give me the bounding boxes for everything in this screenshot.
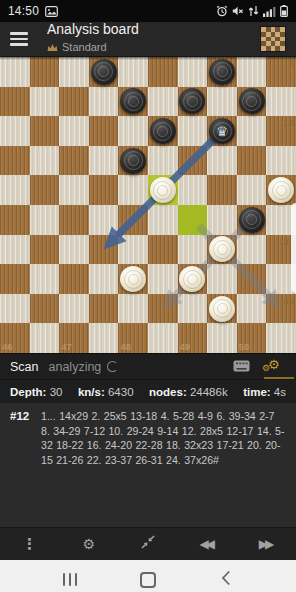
light-square xyxy=(0,175,30,205)
square-17[interactable] xyxy=(59,146,89,176)
kns-value: 6430 xyxy=(108,386,134,398)
light-square xyxy=(266,323,296,353)
crown-icon xyxy=(47,38,58,56)
square-27[interactable] xyxy=(59,205,89,235)
square-19[interactable] xyxy=(178,146,208,176)
light-square xyxy=(118,235,148,265)
clock: 14:50 xyxy=(8,4,39,18)
light-square xyxy=(148,264,178,294)
square-50[interactable]: 50 xyxy=(237,323,267,353)
square-label-47: 47 xyxy=(61,341,72,352)
square-43[interactable] xyxy=(148,294,178,324)
android-nav-bar xyxy=(0,560,296,592)
square-42[interactable] xyxy=(89,294,119,324)
keyboard-icon[interactable] xyxy=(233,358,250,376)
recent-apps-button[interactable] xyxy=(52,560,88,592)
light-square xyxy=(266,87,296,117)
square-26[interactable] xyxy=(0,205,30,235)
light-square xyxy=(118,294,148,324)
draughts-board: 5152535454647484950 ♛ xyxy=(0,57,296,353)
light-square xyxy=(237,294,267,324)
light-square xyxy=(148,205,178,235)
square-37[interactable] xyxy=(59,264,89,294)
scroll-handle[interactable] xyxy=(291,203,296,293)
depth-value: 30 xyxy=(50,386,63,398)
light-square xyxy=(0,235,30,265)
kebab-icon: ⋮ xyxy=(22,535,37,553)
light-square xyxy=(59,57,89,87)
bottom-toolbar: ⋮ ⚙ ◀◀ ▶▶ xyxy=(0,527,296,560)
light-square xyxy=(178,57,208,87)
square-7[interactable] xyxy=(59,87,89,117)
signal-icon xyxy=(263,6,276,17)
black-man-square-10[interactable] xyxy=(239,88,265,114)
light-square xyxy=(178,294,208,324)
home-button[interactable] xyxy=(130,560,166,592)
light-square xyxy=(30,323,60,353)
square-15[interactable]: 15 xyxy=(266,116,296,146)
black-man-square-30[interactable] xyxy=(239,207,265,233)
light-square xyxy=(30,264,60,294)
active-tab-underline xyxy=(264,377,294,379)
square-24[interactable] xyxy=(207,175,237,205)
light-square xyxy=(118,116,148,146)
light-square xyxy=(59,116,89,146)
square-40[interactable] xyxy=(237,264,267,294)
gear-icon: ⚙ xyxy=(83,536,96,552)
square-12[interactable] xyxy=(89,116,119,146)
king-crown-icon: ♛ xyxy=(209,118,235,144)
engine-status: analyzing xyxy=(49,360,102,374)
square-21[interactable] xyxy=(30,175,60,205)
square-22[interactable] xyxy=(89,175,119,205)
light-square xyxy=(207,264,237,294)
square-label-48: 48 xyxy=(120,341,131,352)
light-square xyxy=(59,175,89,205)
black-man-square-4[interactable] xyxy=(209,59,235,85)
light-square xyxy=(0,294,30,324)
light-square xyxy=(118,175,148,205)
fast-forward-icon: ▶▶ xyxy=(259,537,274,551)
light-square xyxy=(148,87,178,117)
light-square xyxy=(207,323,237,353)
white-man-square-38[interactable] xyxy=(120,266,146,292)
black-man-square-18[interactable] xyxy=(120,148,146,174)
more-options-button[interactable]: ⋮ xyxy=(0,528,59,560)
mini-board-icon[interactable] xyxy=(260,26,286,52)
light-square xyxy=(266,146,296,176)
mute-icon xyxy=(232,5,244,17)
light-square xyxy=(30,205,60,235)
app-header: Analysis board Standard xyxy=(0,22,296,57)
square-20[interactable] xyxy=(237,146,267,176)
black-man-square-2[interactable] xyxy=(91,59,117,85)
light-square xyxy=(30,87,60,117)
square-32[interactable] xyxy=(89,235,119,265)
light-square xyxy=(30,146,60,176)
square-label-15: 15 xyxy=(283,117,294,128)
engine-stats: Depth: 30 kn/s: 6430 nodes: 24486k time:… xyxy=(0,380,296,403)
square-11[interactable] xyxy=(30,116,60,146)
white-man-square-44[interactable] xyxy=(209,296,235,322)
light-square xyxy=(237,116,267,146)
light-square xyxy=(148,146,178,176)
light-square xyxy=(207,87,237,117)
square-36[interactable] xyxy=(0,264,30,294)
light-square xyxy=(237,175,267,205)
rewind-button[interactable]: ◀◀ xyxy=(178,528,237,560)
rewind-icon: ◀◀ xyxy=(199,537,214,551)
principal-variation: 1... 14x29 2. 25x5 13-18 4. 5-28 4-9 6. … xyxy=(41,409,286,467)
square-47[interactable]: 47 xyxy=(59,323,89,353)
light-square xyxy=(207,205,237,235)
light-square xyxy=(148,323,178,353)
square-label-49: 49 xyxy=(180,341,191,352)
square-3[interactable] xyxy=(148,57,178,87)
light-square xyxy=(237,57,267,87)
nodes-value: 24486k xyxy=(190,386,228,398)
square-label-45: 45 xyxy=(283,295,294,306)
engine-name: Scan xyxy=(10,360,39,374)
light-square xyxy=(207,146,237,176)
time-label: time: xyxy=(243,386,270,398)
recents-icon xyxy=(63,573,77,586)
collapse-button[interactable] xyxy=(118,528,177,560)
square-28[interactable] xyxy=(118,205,148,235)
engine-settings-gears-icon[interactable]: ⚙ ⚙ xyxy=(262,358,286,376)
black-king-square-14[interactable]: ♛ xyxy=(209,118,235,144)
light-square xyxy=(89,87,119,117)
square-33[interactable] xyxy=(148,235,178,265)
square-41[interactable] xyxy=(30,294,60,324)
light-square xyxy=(178,175,208,205)
settings-button[interactable]: ⚙ xyxy=(59,528,118,560)
square-49[interactable]: 49 xyxy=(178,323,208,353)
square-6[interactable] xyxy=(0,87,30,117)
square-46[interactable]: 46 xyxy=(0,323,30,353)
menu-hamburger-icon[interactable] xyxy=(10,28,30,49)
light-square xyxy=(178,116,208,146)
square-5[interactable]: 5 xyxy=(266,57,296,87)
light-square xyxy=(59,294,89,324)
light-square xyxy=(59,235,89,265)
kns-label: kn/s: xyxy=(78,386,105,398)
white-man-square-23[interactable] xyxy=(150,177,176,203)
back-chevron-icon xyxy=(221,570,231,590)
black-man-square-13[interactable] xyxy=(150,118,176,144)
image-icon xyxy=(45,6,58,17)
empty-panel-area xyxy=(0,474,296,527)
eval-badge: #12 xyxy=(10,409,36,467)
light-square xyxy=(0,57,30,87)
ruleset-label: Standard xyxy=(62,41,107,53)
square-29-highlight-move-from[interactable] xyxy=(178,205,208,235)
spinner-icon xyxy=(107,361,118,372)
data-icon xyxy=(248,5,259,17)
fast-forward-button[interactable]: ▶▶ xyxy=(237,528,296,560)
light-square xyxy=(178,235,208,265)
square-label-5: 5 xyxy=(289,58,294,69)
square-1[interactable] xyxy=(30,57,60,87)
status-bar: 14:50 xyxy=(0,0,296,22)
light-square xyxy=(89,146,119,176)
light-square xyxy=(237,235,267,265)
square-label-46: 46 xyxy=(2,341,13,352)
square-48[interactable]: 48 xyxy=(118,323,148,353)
light-square xyxy=(89,323,119,353)
nodes-label: nodes: xyxy=(149,386,187,398)
square-31[interactable] xyxy=(30,235,60,265)
page-title: Analysis board xyxy=(47,22,139,37)
home-icon xyxy=(140,572,156,588)
engine-status-bar: Scan analyzing ⚙ ⚙ xyxy=(0,354,296,380)
depth-label: Depth: xyxy=(10,386,46,398)
square-45[interactable]: 45 xyxy=(266,294,296,324)
collapse-arrows-icon xyxy=(140,534,156,554)
time-value: 4s xyxy=(274,386,286,398)
light-square xyxy=(89,264,119,294)
light-square xyxy=(0,116,30,146)
square-16[interactable] xyxy=(0,146,30,176)
light-square xyxy=(89,205,119,235)
light-square xyxy=(118,57,148,87)
battery-icon xyxy=(280,5,288,17)
square-label-50: 50 xyxy=(239,341,250,352)
pv-row[interactable]: #12 1... 14x29 2. 25x5 13-18 4. 5-28 4-9… xyxy=(0,403,296,474)
analysis-board-app: 14:50 Analysis b xyxy=(0,0,296,592)
back-button[interactable] xyxy=(208,560,244,592)
engine-panel: Scan analyzing ⚙ ⚙ Depth: 30 kn/s: 6430 … xyxy=(0,353,296,474)
alarm-icon xyxy=(216,5,228,17)
